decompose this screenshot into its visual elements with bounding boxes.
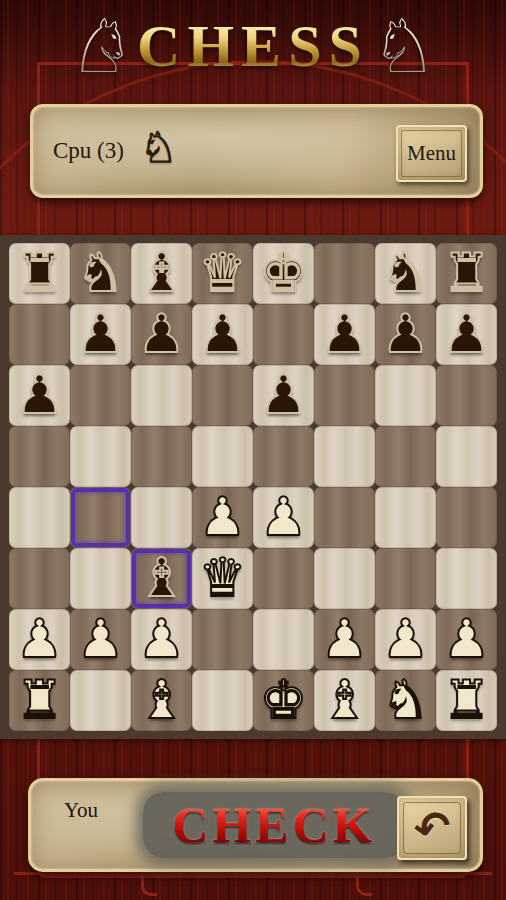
piece-white-knight[interactable]: ♞ [375, 670, 436, 730]
piece-black-pawn[interactable]: ♟ [436, 304, 497, 364]
square-h3[interactable] [436, 548, 497, 609]
square-d6[interactable] [192, 365, 253, 426]
square-b4[interactable] [70, 487, 131, 548]
square-e8[interactable]: ♚ [253, 243, 314, 304]
piece-black-pawn[interactable]: ♟ [131, 304, 192, 364]
square-e3[interactable] [253, 548, 314, 609]
piece-white-rook[interactable]: ♜ [9, 670, 70, 730]
piece-white-pawn[interactable]: ♟ [131, 609, 192, 669]
square-g2[interactable]: ♟ [375, 609, 436, 670]
square-a6[interactable]: ♟ [9, 365, 70, 426]
square-a2[interactable]: ♟ [9, 609, 70, 670]
knight-logo-left-icon: ♘ [69, 9, 135, 83]
square-d7[interactable]: ♟ [192, 304, 253, 365]
piece-white-pawn[interactable]: ♟ [436, 609, 497, 669]
square-f2[interactable]: ♟ [314, 609, 375, 670]
square-c7[interactable]: ♟ [131, 304, 192, 365]
square-e6[interactable]: ♟ [253, 365, 314, 426]
opponent-label: Cpu (3) [53, 138, 124, 164]
square-c2[interactable]: ♟ [131, 609, 192, 670]
square-h5[interactable] [436, 426, 497, 487]
square-c5[interactable] [131, 426, 192, 487]
piece-black-bishop[interactable]: ♝ [131, 243, 192, 303]
piece-black-pawn[interactable]: ♟ [70, 304, 131, 364]
piece-white-pawn[interactable]: ♟ [314, 609, 375, 669]
piece-white-pawn[interactable]: ♟ [253, 487, 314, 547]
square-a8[interactable]: ♜ [9, 243, 70, 304]
menu-button[interactable]: Menu [396, 125, 467, 182]
square-b7[interactable]: ♟ [70, 304, 131, 365]
square-e4[interactable]: ♟ [253, 487, 314, 548]
square-c3[interactable]: ♝ [131, 548, 192, 609]
piece-white-pawn[interactable]: ♟ [192, 487, 253, 547]
opponent-knight-icon: ♘ [140, 127, 178, 169]
square-d1[interactable] [192, 670, 253, 731]
square-f3[interactable] [314, 548, 375, 609]
square-e2[interactable] [253, 609, 314, 670]
square-e7[interactable] [253, 304, 314, 365]
player-label: You [64, 798, 98, 823]
square-a3[interactable] [9, 548, 70, 609]
square-f8[interactable] [314, 243, 375, 304]
piece-black-rook[interactable]: ♜ [9, 243, 70, 303]
square-g8[interactable]: ♞ [375, 243, 436, 304]
square-h6[interactable] [436, 365, 497, 426]
square-b2[interactable]: ♟ [70, 609, 131, 670]
undo-button[interactable]: ↶ [397, 796, 467, 860]
menu-button-label: Menu [407, 141, 456, 166]
square-h7[interactable]: ♟ [436, 304, 497, 365]
app-title: CHESS [137, 16, 369, 76]
piece-black-pawn[interactable]: ♟ [375, 304, 436, 364]
piece-black-pawn[interactable]: ♟ [253, 365, 314, 425]
square-g6[interactable] [375, 365, 436, 426]
square-d4[interactable]: ♟ [192, 487, 253, 548]
square-g3[interactable] [375, 548, 436, 609]
square-h1[interactable]: ♜ [436, 670, 497, 731]
piece-black-knight[interactable]: ♞ [70, 243, 131, 303]
chess-board: ♜♞♝♛♚♞♜♟♟♟♟♟♟♟♟♟♟♝♛♟♟♟♟♟♟♜♝♚♝♞♜ [9, 243, 497, 731]
square-g7[interactable]: ♟ [375, 304, 436, 365]
square-c8[interactable]: ♝ [131, 243, 192, 304]
square-d2[interactable] [192, 609, 253, 670]
square-c4[interactable] [131, 487, 192, 548]
square-g5[interactable] [375, 426, 436, 487]
square-b5[interactable] [70, 426, 131, 487]
piece-white-bishop[interactable]: ♝ [314, 670, 375, 730]
piece-white-pawn[interactable]: ♟ [70, 609, 131, 669]
square-a5[interactable] [9, 426, 70, 487]
check-status-text: CHECK [172, 800, 375, 850]
square-h2[interactable]: ♟ [436, 609, 497, 670]
square-b6[interactable] [70, 365, 131, 426]
square-b1[interactable] [70, 670, 131, 731]
square-f1[interactable]: ♝ [314, 670, 375, 731]
piece-black-king[interactable]: ♚ [253, 243, 314, 303]
square-a4[interactable] [9, 487, 70, 548]
square-a7[interactable] [9, 304, 70, 365]
square-f7[interactable]: ♟ [314, 304, 375, 365]
square-h4[interactable] [436, 487, 497, 548]
piece-white-pawn[interactable]: ♟ [9, 609, 70, 669]
square-d3[interactable]: ♛ [192, 548, 253, 609]
piece-white-pawn[interactable]: ♟ [375, 609, 436, 669]
square-a1[interactable]: ♜ [9, 670, 70, 731]
opponent-status-panel: Cpu (3) ♘ Menu [30, 104, 483, 198]
piece-black-bishop[interactable]: ♝ [131, 548, 192, 608]
piece-white-rook[interactable]: ♜ [436, 670, 497, 730]
square-g4[interactable] [375, 487, 436, 548]
square-d5[interactable] [192, 426, 253, 487]
piece-white-queen[interactable]: ♛ [192, 548, 253, 608]
square-e1[interactable]: ♚ [253, 670, 314, 731]
square-f4[interactable] [314, 487, 375, 548]
piece-black-rook[interactable]: ♜ [436, 243, 497, 303]
check-banner: CHECK [143, 792, 405, 858]
piece-black-pawn[interactable]: ♟ [9, 365, 70, 425]
square-d8[interactable]: ♛ [192, 243, 253, 304]
undo-arrow-icon: ↶ [411, 804, 454, 853]
square-b3[interactable] [70, 548, 131, 609]
board-frame: ♜♞♝♛♚♞♜♟♟♟♟♟♟♟♟♟♟♝♛♟♟♟♟♟♟♜♝♚♝♞♜ [0, 235, 506, 739]
square-c1[interactable]: ♝ [131, 670, 192, 731]
square-e5[interactable] [253, 426, 314, 487]
piece-black-pawn[interactable]: ♟ [192, 304, 253, 364]
player-status-panel: You CHECK ↶ [28, 778, 483, 872]
piece-black-pawn[interactable]: ♟ [314, 304, 375, 364]
piece-white-king[interactable]: ♚ [253, 670, 314, 730]
square-b8[interactable]: ♞ [70, 243, 131, 304]
piece-white-bishop[interactable]: ♝ [131, 670, 192, 730]
title-bar: ♘ CHESS ♘ [0, 0, 506, 92]
square-h8[interactable]: ♜ [436, 243, 497, 304]
knight-logo-right-icon: ♘ [371, 9, 437, 83]
square-f5[interactable] [314, 426, 375, 487]
piece-black-queen[interactable]: ♛ [192, 243, 253, 303]
square-g1[interactable]: ♞ [375, 670, 436, 731]
frame-lower-line [14, 872, 492, 875]
piece-black-knight[interactable]: ♞ [375, 243, 436, 303]
square-f6[interactable] [314, 365, 375, 426]
square-c6[interactable] [131, 365, 192, 426]
